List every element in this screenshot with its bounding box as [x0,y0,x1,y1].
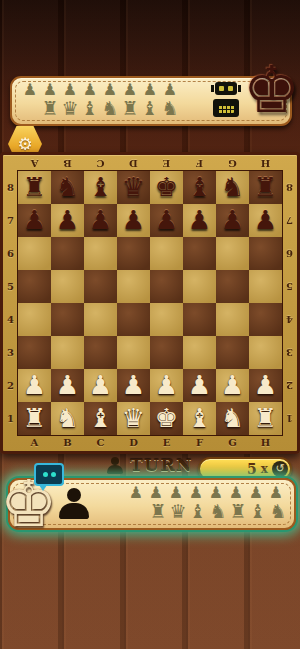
square-e4[interactable] [150,303,183,336]
white-pawn: ♟ [56,369,79,402]
captured-bishop-silhouette: ♝ [248,501,268,521]
black-king-icon: ♚ [243,58,300,122]
square-a1[interactable]: ♜ [18,402,51,435]
square-d7[interactable]: ♟ [117,204,150,237]
coord-label: 7 [3,204,18,237]
square-h5[interactable] [249,270,282,303]
square-e7[interactable]: ♟ [150,204,183,237]
coord-label: 3 [282,336,297,369]
square-f4[interactable] [183,303,216,336]
square-f5[interactable] [183,270,216,303]
square-e5[interactable] [150,270,183,303]
undo-count: 5 [247,461,257,477]
captured-knight-silhouette: ♞ [208,501,228,521]
black-pawn: ♟ [155,204,178,237]
coord-label: 1 [282,402,297,435]
square-c3[interactable] [84,336,117,369]
coord-label: C [84,155,117,171]
black-pawn: ♟ [221,204,244,237]
file-labels-top: ABCDEFGH [18,155,282,171]
coord-label: G [216,435,249,451]
captured-bishop-silhouette: ♝ [140,98,160,118]
square-c6[interactable] [84,237,117,270]
square-d8[interactable]: ♛ [117,171,150,204]
chat-dot [43,472,48,477]
coord-label: D [117,155,150,171]
rank-labels-right: 87654321 [282,171,297,435]
square-d4[interactable] [117,303,150,336]
coord-label: E [150,155,183,171]
black-pawn: ♟ [56,204,79,237]
black-pawn: ♟ [89,204,112,237]
captured-queen-silhouette: ♛ [60,98,80,118]
square-a2[interactable]: ♟ [18,369,51,402]
square-a8[interactable]: ♜ [18,171,51,204]
black-bishop: ♝ [188,171,211,204]
square-g8[interactable]: ♞ [216,171,249,204]
white-pawn: ♟ [155,369,178,402]
square-b2[interactable]: ♟ [51,369,84,402]
square-c4[interactable] [84,303,117,336]
square-h8[interactable]: ♜ [249,171,282,204]
square-e2[interactable]: ♟ [150,369,183,402]
captured-bishop-silhouette: ♝ [188,501,208,521]
coord-label: 4 [3,303,18,336]
captured-pawn-silhouette: ♟ [20,80,40,100]
white-knight: ♞ [221,402,244,435]
square-c1[interactable]: ♝ [84,402,117,435]
coord-label: 6 [282,237,297,270]
black-pawn: ♟ [188,204,211,237]
captured-queen-silhouette: ♛ [168,501,188,521]
square-e3[interactable] [150,336,183,369]
square-c8[interactable]: ♝ [84,171,117,204]
black-rook: ♜ [23,171,46,204]
coord-label: H [249,435,282,451]
black-knight: ♞ [56,171,79,204]
chess-board: ABCDEFGH 87654321 87654321 ABCDEFGH ♜♞♝♛… [0,152,300,454]
captured-rook-silhouette: ♜ [148,501,168,521]
square-h2[interactable]: ♟ [249,369,282,402]
square-d1[interactable]: ♛ [117,402,150,435]
square-a5[interactable] [18,270,51,303]
chat-dot [51,472,56,477]
captured-pawn-silhouette: ♟ [126,483,146,503]
coord-label: 5 [282,270,297,303]
white-king: ♚ [155,402,178,435]
coord-label: 8 [3,171,18,204]
coord-label: B [51,435,84,451]
turn-person-icon [107,457,123,474]
square-b8[interactable]: ♞ [51,171,84,204]
square-g2[interactable]: ♟ [216,369,249,402]
square-b1[interactable]: ♞ [51,402,84,435]
coord-label: A [18,435,51,451]
coord-label: 5 [3,270,18,303]
coord-label: 8 [282,171,297,204]
captured-rook-silhouette: ♜ [228,501,248,521]
square-f8[interactable]: ♝ [183,171,216,204]
square-h3[interactable] [249,336,282,369]
square-d6[interactable] [117,237,150,270]
coord-label: 2 [282,369,297,402]
coord-label: 2 [3,369,18,402]
white-knight: ♞ [56,402,79,435]
square-e1[interactable]: ♚ [150,402,183,435]
square-h7[interactable]: ♟ [249,204,282,237]
square-b4[interactable] [51,303,84,336]
square-d2[interactable]: ♟ [117,369,150,402]
white-pawn: ♟ [122,369,145,402]
white-pawn: ♟ [89,369,112,402]
square-a4[interactable] [18,303,51,336]
white-pawn: ♟ [23,369,46,402]
square-f7[interactable]: ♟ [183,204,216,237]
white-rook: ♜ [23,402,46,435]
captured-rook-silhouette: ♜ [40,98,60,118]
black-queen: ♛ [122,171,145,204]
white-queen: ♛ [122,402,145,435]
black-bishop: ♝ [89,171,112,204]
square-f2[interactable]: ♟ [183,369,216,402]
white-pawn: ♟ [188,369,211,402]
black-rook: ♜ [254,171,277,204]
black-knight: ♞ [221,171,244,204]
square-f6[interactable] [183,237,216,270]
white-bishop: ♝ [89,402,112,435]
square-c7[interactable]: ♟ [84,204,117,237]
square-g3[interactable] [216,336,249,369]
square-c5[interactable] [84,270,117,303]
robot-avatar-icon [208,82,244,120]
rank-labels-left: 87654321 [3,171,18,435]
square-b3[interactable] [51,336,84,369]
undo-arrow-icon: ↺ [272,461,288,477]
coord-label: F [183,155,216,171]
coord-label: G [216,155,249,171]
square-g7[interactable]: ♟ [216,204,249,237]
coord-label: F [183,435,216,451]
turn-label: TURN [130,455,193,475]
opponent-captured-pieces-row: ♜♛♝♞♜♝♞ [40,98,180,118]
black-pawn: ♟ [23,204,46,237]
captured-rook-silhouette: ♜ [120,98,140,118]
coord-label: B [51,155,84,171]
coord-label: E [150,435,183,451]
coord-label: 3 [3,336,18,369]
square-d3[interactable] [117,336,150,369]
board-squares: ♜♞♝♛♚♝♞♜♟♟♟♟♟♟♟♟♟♟♟♟♟♟♟♟♜♞♝♛♚♝♞♜ [18,171,282,435]
square-g5[interactable] [216,270,249,303]
square-f3[interactable] [183,336,216,369]
square-e6[interactable] [150,237,183,270]
square-a7[interactable]: ♟ [18,204,51,237]
square-b5[interactable] [51,270,84,303]
chess-game-screen: ♟♟♟♟♟♟♟♟ ♜♛♝♞♜♝♞ ♚ ⚙ ABCDEFGH 87654321 8… [0,0,300,649]
coord-label: C [84,435,117,451]
square-d5[interactable] [117,270,150,303]
coord-label: 1 [3,402,18,435]
black-pawn: ♟ [122,204,145,237]
square-h6[interactable] [249,237,282,270]
coord-label: A [18,155,51,171]
square-h1[interactable]: ♜ [249,402,282,435]
square-c2[interactable]: ♟ [84,369,117,402]
player-captured-pieces-row: ♜♛♝♞♜♝♞ [148,501,288,521]
captured-knight-silhouette: ♞ [160,98,180,118]
square-e8[interactable]: ♚ [150,171,183,204]
white-pawn: ♟ [254,369,277,402]
coord-label: 7 [282,204,297,237]
undo-multiplier: x [261,462,268,476]
square-b6[interactable] [51,237,84,270]
square-g6[interactable] [216,237,249,270]
white-bishop: ♝ [188,402,211,435]
black-pawn: ♟ [254,204,277,237]
coord-label: 6 [3,237,18,270]
captured-knight-silhouette: ♞ [268,501,288,521]
square-h4[interactable] [249,303,282,336]
square-f1[interactable]: ♝ [183,402,216,435]
coord-label: 4 [282,303,297,336]
square-g1[interactable]: ♞ [216,402,249,435]
gear-icon: ⚙ [17,134,32,154]
square-b7[interactable]: ♟ [51,204,84,237]
square-a6[interactable] [18,237,51,270]
captured-bishop-silhouette: ♝ [80,98,100,118]
white-pawn: ♟ [221,369,244,402]
captured-knight-silhouette: ♞ [100,98,120,118]
coord-label: D [117,435,150,451]
file-labels-bottom: ABCDEFGH [18,435,282,451]
chat-bubble-button[interactable] [34,463,64,486]
player-avatar-icon [58,488,90,520]
white-rook: ♜ [254,402,277,435]
black-king: ♚ [155,171,178,204]
square-a3[interactable] [18,336,51,369]
coord-label: H [249,155,282,171]
square-g4[interactable] [216,303,249,336]
